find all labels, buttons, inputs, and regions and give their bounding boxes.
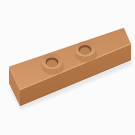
lego-plate-render (0, 0, 135, 135)
stud-left-hollow-floor (47, 60, 58, 68)
stud-right-hollow-floor (80, 47, 91, 55)
plate-body (9, 28, 131, 106)
lego-part-product-image (0, 0, 135, 135)
